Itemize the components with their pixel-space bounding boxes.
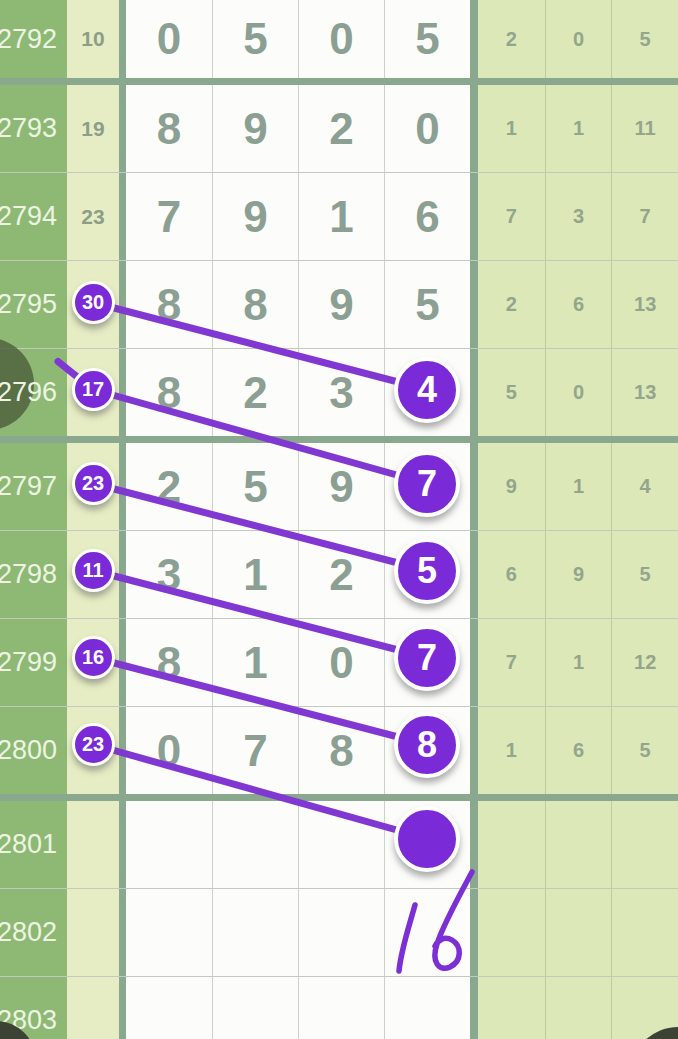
circled-digit-2797: 7 bbox=[394, 451, 460, 517]
stat-cell: 13 bbox=[611, 349, 678, 436]
digit-cell: 7 bbox=[212, 707, 298, 794]
vertical-separator bbox=[470, 977, 478, 1039]
vertical-separator bbox=[119, 349, 126, 436]
period-label: 2799 bbox=[0, 647, 57, 678]
stat-cell: 6 bbox=[545, 261, 612, 348]
vertical-separator bbox=[470, 889, 478, 976]
vertical-separator bbox=[119, 261, 126, 348]
lottery-chart-board: 2792100505205279319892011112794237916737… bbox=[0, 0, 678, 1039]
digit-cell: 1 bbox=[212, 619, 298, 706]
stat-cell bbox=[611, 889, 678, 976]
digit-cell: 5 bbox=[384, 261, 470, 348]
digit-cell: 6 bbox=[384, 173, 470, 260]
sum-cell: 19 bbox=[67, 85, 119, 172]
digit-cell: 5 bbox=[212, 443, 298, 530]
period-label: 2793 bbox=[0, 113, 57, 144]
group-separator bbox=[0, 794, 678, 801]
sum-cell: 10 bbox=[67, 0, 119, 78]
digit-cell: 0 bbox=[298, 619, 384, 706]
stat-cell: 12 bbox=[611, 619, 678, 706]
circled-digit-2796: 4 bbox=[394, 357, 460, 423]
period-label: 2802 bbox=[0, 917, 57, 948]
digit-cell bbox=[298, 889, 384, 976]
digit-cell bbox=[126, 977, 212, 1039]
vertical-separator bbox=[119, 707, 126, 794]
period-cell: 2795 bbox=[0, 261, 67, 348]
stat-cell: 6 bbox=[478, 531, 545, 618]
period-label: 2792 bbox=[0, 24, 57, 55]
period-cell: 2794 bbox=[0, 173, 67, 260]
chart-row-2794: 2794237916737 bbox=[0, 172, 678, 260]
stat-cell: 5 bbox=[611, 0, 678, 78]
circled-sum-2795: 30 bbox=[72, 281, 115, 324]
vertical-separator bbox=[119, 0, 126, 78]
digit-cell: 8 bbox=[126, 85, 212, 172]
group-separator bbox=[0, 78, 678, 85]
vertical-separator bbox=[470, 801, 478, 888]
digit-cell: 0 bbox=[384, 85, 470, 172]
vertical-separator bbox=[119, 801, 126, 888]
stat-cell bbox=[545, 977, 612, 1039]
digit-cell: 9 bbox=[212, 85, 298, 172]
period-label: 2796 bbox=[0, 377, 57, 408]
digit-cell: 0 bbox=[126, 707, 212, 794]
digit-cell bbox=[384, 889, 470, 976]
period-label: 2794 bbox=[0, 201, 57, 232]
vertical-separator bbox=[470, 443, 478, 530]
digit-cell: 5 bbox=[384, 0, 470, 78]
digit-cell bbox=[212, 801, 298, 888]
sum-cell bbox=[67, 889, 119, 976]
stat-cell: 5 bbox=[611, 531, 678, 618]
stat-cell: 9 bbox=[478, 443, 545, 530]
period-cell: 2793 bbox=[0, 85, 67, 172]
stat-cell: 13 bbox=[611, 261, 678, 348]
digit-cell: 2 bbox=[298, 85, 384, 172]
digit-cell: 2 bbox=[212, 349, 298, 436]
stat-cell: 1 bbox=[478, 85, 545, 172]
period-cell: 2799 bbox=[0, 619, 67, 706]
circled-sum-2799: 16 bbox=[72, 636, 115, 679]
vertical-separator bbox=[470, 85, 478, 172]
period-cell: 2801 bbox=[0, 801, 67, 888]
period-cell: 2798 bbox=[0, 531, 67, 618]
vertical-separator bbox=[470, 261, 478, 348]
digit-cell: 2 bbox=[126, 443, 212, 530]
vertical-separator bbox=[119, 85, 126, 172]
period-label: 2801 bbox=[0, 829, 57, 860]
chart-row-2801: 2801 bbox=[0, 801, 678, 888]
digit-cell: 3 bbox=[126, 531, 212, 618]
sum-cell bbox=[67, 801, 119, 888]
vertical-separator bbox=[119, 443, 126, 530]
digit-cell: 2 bbox=[298, 531, 384, 618]
digit-cell: 8 bbox=[126, 349, 212, 436]
vertical-separator bbox=[470, 707, 478, 794]
sum-cell: 23 bbox=[67, 173, 119, 260]
stat-cell: 3 bbox=[545, 173, 612, 260]
digit-cell: 0 bbox=[298, 0, 384, 78]
period-cell: 2792 bbox=[0, 0, 67, 78]
period-cell: 2797 bbox=[0, 443, 67, 530]
period-label: 2795 bbox=[0, 289, 57, 320]
stat-cell bbox=[478, 977, 545, 1039]
stat-cell: 2 bbox=[478, 0, 545, 78]
digit-cell bbox=[298, 977, 384, 1039]
circled-sum-2798: 11 bbox=[72, 549, 115, 592]
vertical-separator bbox=[119, 173, 126, 260]
digit-cell: 1 bbox=[212, 531, 298, 618]
circled-digit-2799: 7 bbox=[394, 625, 460, 691]
circled-sum-2800: 23 bbox=[72, 723, 115, 766]
stat-cell: 2 bbox=[478, 261, 545, 348]
circled-sum-2796: 17 bbox=[72, 368, 115, 411]
vertical-separator bbox=[470, 349, 478, 436]
stat-cell: 6 bbox=[545, 707, 612, 794]
chart-row-2802: 2802 bbox=[0, 888, 678, 976]
stat-cell bbox=[611, 801, 678, 888]
stat-cell: 7 bbox=[478, 619, 545, 706]
period-label: 2798 bbox=[0, 559, 57, 590]
stat-cell: 7 bbox=[611, 173, 678, 260]
stat-cell bbox=[478, 801, 545, 888]
stat-cell bbox=[478, 889, 545, 976]
period-cell: 2802 bbox=[0, 889, 67, 976]
stat-cell: 7 bbox=[478, 173, 545, 260]
group-separator bbox=[0, 436, 678, 443]
digit-cell: 3 bbox=[298, 349, 384, 436]
digit-cell: 9 bbox=[212, 173, 298, 260]
digit-cell: 7 bbox=[126, 173, 212, 260]
period-label: 2797 bbox=[0, 471, 57, 502]
digit-cell: 8 bbox=[298, 707, 384, 794]
vertical-separator bbox=[119, 531, 126, 618]
stat-cell: 4 bbox=[611, 443, 678, 530]
stat-cell: 5 bbox=[478, 349, 545, 436]
vertical-separator bbox=[470, 0, 478, 78]
chart-row-2792: 2792100505205 bbox=[0, 0, 678, 78]
vertical-separator bbox=[470, 619, 478, 706]
chart-row-2803: 2803 bbox=[0, 976, 678, 1039]
digit-cell: 9 bbox=[298, 261, 384, 348]
stat-cell bbox=[545, 801, 612, 888]
stat-cell: 1 bbox=[478, 707, 545, 794]
vertical-separator bbox=[119, 889, 126, 976]
vertical-separator bbox=[119, 977, 126, 1039]
digit-cell bbox=[384, 977, 470, 1039]
stat-cell bbox=[545, 889, 612, 976]
digit-cell bbox=[212, 889, 298, 976]
stat-cell: 1 bbox=[545, 443, 612, 530]
pending-digit-circle-2801 bbox=[394, 806, 460, 872]
digit-cell: 5 bbox=[212, 0, 298, 78]
digit-cell bbox=[126, 801, 212, 888]
chart-row-2793: 27931989201111 bbox=[0, 85, 678, 172]
digit-cell: 8 bbox=[212, 261, 298, 348]
digit-cell: 9 bbox=[298, 443, 384, 530]
stat-cell: 11 bbox=[611, 85, 678, 172]
stat-cell: 5 bbox=[611, 707, 678, 794]
period-cell: 2800 bbox=[0, 707, 67, 794]
chart-rows: 2792100505205279319892011112794237916737… bbox=[0, 0, 678, 1039]
digit-cell bbox=[126, 889, 212, 976]
stat-cell: 0 bbox=[545, 349, 612, 436]
digit-cell bbox=[212, 977, 298, 1039]
circled-digit-2800: 8 bbox=[394, 712, 460, 778]
digit-cell: 8 bbox=[126, 261, 212, 348]
period-label: 2800 bbox=[0, 735, 57, 766]
vertical-separator bbox=[119, 619, 126, 706]
vertical-separator bbox=[470, 531, 478, 618]
vertical-separator bbox=[470, 173, 478, 260]
stat-cell: 1 bbox=[545, 619, 612, 706]
digit-cell: 8 bbox=[126, 619, 212, 706]
sum-cell bbox=[67, 977, 119, 1039]
digit-cell bbox=[298, 801, 384, 888]
circled-digit-2798: 5 bbox=[394, 538, 460, 604]
circled-sum-2797: 23 bbox=[72, 462, 115, 505]
stat-cell: 0 bbox=[545, 0, 612, 78]
stat-cell: 1 bbox=[545, 85, 612, 172]
stat-cell: 9 bbox=[545, 531, 612, 618]
digit-cell: 1 bbox=[298, 173, 384, 260]
digit-cell: 0 bbox=[126, 0, 212, 78]
